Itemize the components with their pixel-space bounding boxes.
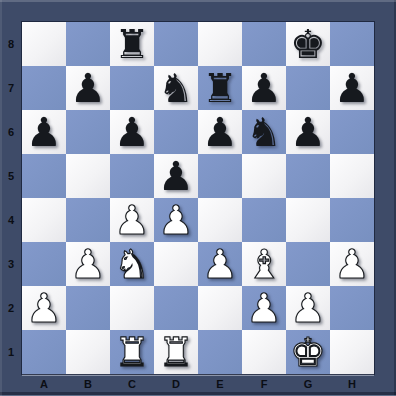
white-pawn: ♟: [66, 242, 110, 286]
square-g6[interactable]: ♟: [286, 110, 330, 154]
square-a3[interactable]: [22, 242, 66, 286]
square-a6[interactable]: ♟: [22, 110, 66, 154]
square-a8[interactable]: [22, 22, 66, 66]
square-b2[interactable]: [66, 286, 110, 330]
white-pawn: ♟: [154, 198, 198, 242]
black-pawn: ♟: [198, 110, 242, 154]
black-pawn: ♟: [154, 154, 198, 198]
square-b6[interactable]: [66, 110, 110, 154]
square-h4[interactable]: [330, 198, 374, 242]
rank-label-5: 5: [0, 154, 22, 198]
square-f4[interactable]: [242, 198, 286, 242]
square-d1[interactable]: ♜: [154, 330, 198, 374]
square-h2[interactable]: [330, 286, 374, 330]
rank-label-7: 7: [0, 66, 22, 110]
square-h8[interactable]: [330, 22, 374, 66]
square-a7[interactable]: [22, 66, 66, 110]
square-e7[interactable]: ♜: [198, 66, 242, 110]
square-d7[interactable]: ♞: [154, 66, 198, 110]
white-bishop: ♝: [242, 242, 286, 286]
square-b7[interactable]: ♟: [66, 66, 110, 110]
chess-board: ♜♚♟♞♜♟♟♟♟♟♞♟♟♟♟♟♞♟♝♟♟♟♟♜♜♚: [22, 22, 374, 374]
square-c7[interactable]: [110, 66, 154, 110]
square-a2[interactable]: ♟: [22, 286, 66, 330]
square-c8[interactable]: ♜: [110, 22, 154, 66]
black-knight: ♞: [154, 66, 198, 110]
black-pawn: ♟: [330, 66, 374, 110]
square-e5[interactable]: [198, 154, 242, 198]
square-c3[interactable]: ♞: [110, 242, 154, 286]
white-pawn: ♟: [198, 242, 242, 286]
file-label-g: G: [286, 374, 330, 394]
white-pawn: ♟: [330, 242, 374, 286]
square-b8[interactable]: [66, 22, 110, 66]
square-f1[interactable]: [242, 330, 286, 374]
square-d5[interactable]: ♟: [154, 154, 198, 198]
file-label-e: E: [198, 374, 242, 394]
square-c1[interactable]: ♜: [110, 330, 154, 374]
white-king: ♚: [286, 330, 330, 374]
white-pawn: ♟: [22, 286, 66, 330]
square-d3[interactable]: [154, 242, 198, 286]
rank-label-6: 6: [0, 110, 22, 154]
square-f3[interactable]: ♝: [242, 242, 286, 286]
square-a4[interactable]: [22, 198, 66, 242]
file-labels: ABCDEFGH: [22, 374, 374, 394]
file-label-f: F: [242, 374, 286, 394]
black-rook: ♜: [198, 66, 242, 110]
square-f7[interactable]: ♟: [242, 66, 286, 110]
square-e6[interactable]: ♟: [198, 110, 242, 154]
square-b3[interactable]: ♟: [66, 242, 110, 286]
square-g2[interactable]: ♟: [286, 286, 330, 330]
square-h1[interactable]: [330, 330, 374, 374]
square-a1[interactable]: [22, 330, 66, 374]
black-pawn: ♟: [286, 110, 330, 154]
square-g4[interactable]: [286, 198, 330, 242]
square-a5[interactable]: [22, 154, 66, 198]
square-e1[interactable]: [198, 330, 242, 374]
black-knight: ♞: [242, 110, 286, 154]
rank-label-2: 2: [0, 286, 22, 330]
square-d6[interactable]: [154, 110, 198, 154]
file-label-a: A: [22, 374, 66, 394]
file-label-b: B: [66, 374, 110, 394]
black-pawn: ♟: [242, 66, 286, 110]
square-b1[interactable]: [66, 330, 110, 374]
square-g5[interactable]: [286, 154, 330, 198]
white-rook: ♜: [110, 330, 154, 374]
black-pawn: ♟: [22, 110, 66, 154]
square-h5[interactable]: [330, 154, 374, 198]
rank-labels: 87654321: [0, 22, 22, 374]
square-g7[interactable]: [286, 66, 330, 110]
square-c2[interactable]: [110, 286, 154, 330]
square-g8[interactable]: ♚: [286, 22, 330, 66]
rank-label-4: 4: [0, 198, 22, 242]
square-d2[interactable]: [154, 286, 198, 330]
square-e2[interactable]: [198, 286, 242, 330]
square-f2[interactable]: ♟: [242, 286, 286, 330]
square-c6[interactable]: ♟: [110, 110, 154, 154]
white-pawn: ♟: [286, 286, 330, 330]
black-rook: ♜: [110, 22, 154, 66]
black-pawn: ♟: [66, 66, 110, 110]
square-d8[interactable]: [154, 22, 198, 66]
square-g3[interactable]: [286, 242, 330, 286]
white-rook: ♜: [154, 330, 198, 374]
rank-label-8: 8: [0, 22, 22, 66]
square-c4[interactable]: ♟: [110, 198, 154, 242]
square-f8[interactable]: [242, 22, 286, 66]
square-e3[interactable]: ♟: [198, 242, 242, 286]
square-b4[interactable]: [66, 198, 110, 242]
chess-board-frame: 87654321 ♜♚♟♞♜♟♟♟♟♟♞♟♟♟♟♟♞♟♝♟♟♟♟♜♜♚ ABCD…: [0, 0, 396, 396]
square-h3[interactable]: ♟: [330, 242, 374, 286]
square-e4[interactable]: [198, 198, 242, 242]
black-pawn: ♟: [110, 110, 154, 154]
square-f5[interactable]: [242, 154, 286, 198]
square-d4[interactable]: ♟: [154, 198, 198, 242]
square-e8[interactable]: [198, 22, 242, 66]
rank-label-3: 3: [0, 242, 22, 286]
white-pawn: ♟: [110, 198, 154, 242]
square-b5[interactable]: [66, 154, 110, 198]
file-label-h: H: [330, 374, 374, 394]
file-label-d: D: [154, 374, 198, 394]
square-h7[interactable]: ♟: [330, 66, 374, 110]
white-knight: ♞: [110, 242, 154, 286]
rank-label-1: 1: [0, 330, 22, 374]
square-f6[interactable]: ♞: [242, 110, 286, 154]
white-pawn: ♟: [242, 286, 286, 330]
square-c5[interactable]: [110, 154, 154, 198]
square-g1[interactable]: ♚: [286, 330, 330, 374]
black-king: ♚: [286, 22, 330, 66]
square-h6[interactable]: [330, 110, 374, 154]
file-label-c: C: [110, 374, 154, 394]
